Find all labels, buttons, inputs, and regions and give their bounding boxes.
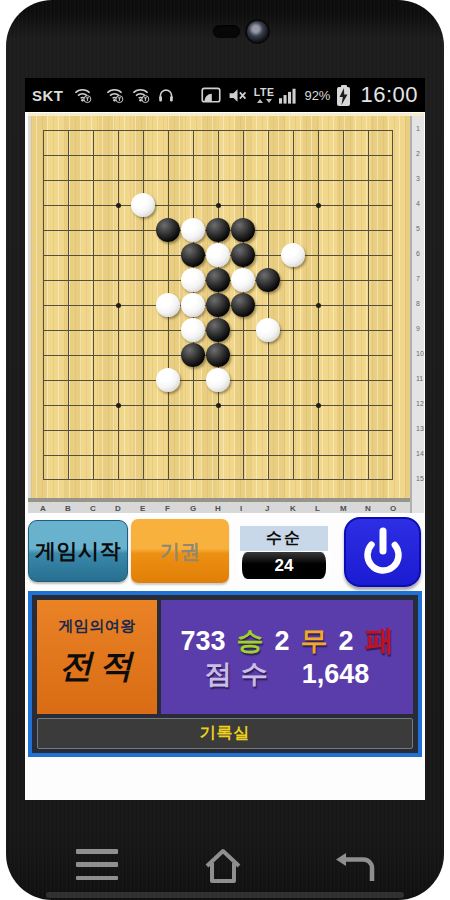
rank-label-15: 15 [416,475,424,482]
move-counter-value: 24 [237,552,331,579]
status-right-group: LTE 92% [201,82,418,108]
move-counter-title: 수순 [240,526,328,551]
file-label-I: I [240,504,242,513]
black-stone-H5 [206,218,230,242]
wifi-t-icon [73,86,92,104]
white-stone-F8 [156,293,180,317]
rank-label-4: 4 [416,200,420,207]
rank-coordinates-strip: 123456789101112131415 [410,116,424,513]
screen-mirroring-icon [201,87,221,104]
data-activity-arrows [257,99,272,103]
file-label-J: J [265,504,269,513]
white-stone-H11 [206,368,230,392]
file-label-C: C [90,504,96,513]
status-bar: SKT [25,78,425,112]
losses-label: 패 [365,626,394,655]
white-stone-G8 [181,293,205,317]
file-label-O: O [390,504,396,513]
white-stone-I7 [231,268,255,292]
losses-value: 2 [339,628,354,655]
black-stone-H9 [206,318,230,342]
black-stone-G6 [181,243,205,267]
rank-label-2: 2 [416,150,420,157]
black-stone-H10 [206,343,230,367]
bottom-bezel-highlight [46,892,404,898]
carrier-label: SKT [32,87,64,104]
white-stone-K6 [281,243,305,267]
white-stone-F11 [156,368,180,392]
score-label: 점수 [205,661,277,688]
records-room-button[interactable]: 기록실 [37,718,413,749]
front-camera [247,21,268,42]
win-draw-loss-row: 733 승 2 무 2 패 [180,626,393,655]
mute-icon [228,87,247,104]
file-label-D: D [115,504,121,513]
black-stone-H7 [206,268,230,292]
white-stone-H6 [206,243,230,267]
file-label-K: K [290,504,296,513]
screenshot-stage: SKT [0,0,450,900]
battery-charging-icon [337,85,350,106]
file-label-H: H [215,504,221,513]
file-label-E: E [140,504,145,513]
white-stone-E4 [131,193,155,217]
white-stone-J9 [256,318,280,342]
resign-label: 기권 [160,538,200,565]
file-label-G: G [190,504,196,513]
black-stone-H8 [206,293,230,317]
stones-layer [28,113,424,513]
nav-menu-button[interactable] [76,849,118,880]
record-title-panel: 게임의여왕 전적 [37,600,157,714]
black-stone-I8 [231,293,255,317]
records-room-label: 기록실 [200,723,251,744]
rank-label-11: 11 [416,375,423,382]
rank-label-14: 14 [416,450,424,457]
rank-label-13: 13 [416,425,424,432]
score-row: 점수 1,648 [205,661,370,688]
black-stone-I5 [231,218,255,242]
rank-label-12: 12 [416,400,424,407]
signal-bars-icon [279,87,297,104]
player-title-label: 게임의여왕 [58,617,136,636]
clock-label: 16:00 [360,82,418,108]
file-label-L: L [315,504,320,513]
file-label-F: F [165,504,170,513]
phone-frame: SKT [6,0,444,900]
rank-label-7: 7 [416,275,420,282]
game-board: ABCDEFGHIJKLMNO 123456789101112131415 [28,113,424,513]
black-stone-G10 [181,343,205,367]
rank-label-1: 1 [416,125,420,132]
record-numbers-panel: 733 승 2 무 2 패 점수 1,648 [161,600,413,714]
black-stone-J7 [256,268,280,292]
wifi-t-icon [105,86,124,104]
rank-label-6: 6 [416,250,420,257]
wins-label: 승 [237,628,264,655]
wifi-t-icon [131,86,150,104]
power-icon [358,525,408,579]
white-stone-G7 [181,268,205,292]
start-game-label: 게임시작 [35,537,121,565]
nav-home-button[interactable] [202,845,244,887]
record-label: 전적 [60,644,140,689]
black-stone-F5 [156,218,180,242]
earpiece-speaker [213,25,240,38]
draws-label: 무 [301,628,328,655]
rank-label-5: 5 [416,225,420,232]
white-stone-G9 [181,318,205,342]
headset-icon [157,86,175,104]
wins-value: 733 [180,628,225,655]
screen: SKT [25,78,425,800]
black-stone-I6 [231,243,255,267]
battery-percent-label: 92% [304,88,330,103]
score-value: 1,648 [302,661,370,688]
rank-label-8: 8 [416,300,420,307]
power-exit-button[interactable] [344,517,421,587]
start-game-button[interactable]: 게임시작 [28,520,128,582]
status-left-group: SKT [32,86,175,104]
rank-label-10: 10 [416,350,424,357]
file-label-B: B [65,504,71,513]
draws-value: 2 [275,628,290,655]
file-coordinates-strip: ABCDEFGHIJKLMNO [28,498,410,513]
white-stone-G5 [181,218,205,242]
lte-label: LTE [254,87,275,98]
rank-label-9: 9 [416,325,420,332]
file-label-M: M [340,504,347,513]
stats-panel: 게임의여왕 전적 733 승 2 무 2 패 점수 1,648 [28,591,422,757]
file-label-N: N [365,504,371,513]
rank-label-3: 3 [416,175,420,182]
resign-button[interactable]: 기권 [131,519,229,583]
nav-back-button[interactable] [334,851,378,885]
network-type-indicator: LTE [254,87,275,103]
file-label-A: A [40,504,46,513]
